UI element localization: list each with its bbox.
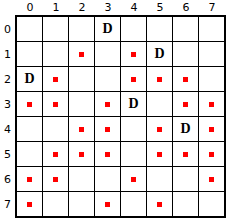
conflict-dot-icon — [105, 102, 110, 107]
conflict-dot-icon — [157, 202, 162, 207]
conflict-dot-icon — [105, 152, 110, 157]
cell-r1c3[interactable] — [95, 42, 120, 66]
row-label-1: 1 — [0, 42, 15, 67]
cell-r5c0[interactable] — [17, 142, 42, 166]
cell-r5c4[interactable] — [121, 142, 146, 166]
cell-r2c3[interactable] — [95, 67, 120, 91]
conflict-dot-icon — [183, 102, 188, 107]
cell-r2c4[interactable] — [121, 67, 146, 91]
cell-r7c0[interactable] — [17, 192, 42, 216]
cell-r1c5[interactable]: D — [147, 42, 172, 66]
cell-r7c3[interactable] — [95, 192, 120, 216]
cell-r3c5[interactable] — [147, 92, 172, 116]
cell-r0c3[interactable]: D — [95, 17, 120, 41]
cell-r3c2[interactable] — [69, 92, 94, 116]
cell-r3c1[interactable] — [43, 92, 68, 116]
cell-r0c4[interactable] — [121, 17, 146, 41]
column-labels: 01234567 — [0, 0, 239, 15]
conflict-dot-icon — [157, 152, 162, 157]
cell-r4c6[interactable]: D — [173, 117, 198, 141]
conflict-dot-icon — [105, 202, 110, 207]
conflict-dot-icon — [79, 152, 84, 157]
row-label-2: 2 — [0, 67, 15, 92]
conflict-dot-icon — [27, 102, 32, 107]
conflict-dot-icon — [105, 127, 110, 132]
corner-spacer — [0, 0, 17, 15]
conflict-dot-icon — [209, 102, 214, 107]
cell-r7c4[interactable] — [121, 192, 146, 216]
conflict-dot-icon — [131, 177, 136, 182]
cell-r5c5[interactable] — [147, 142, 172, 166]
conflict-dot-icon — [53, 177, 58, 182]
cell-r1c7[interactable] — [199, 42, 224, 66]
cell-r3c6[interactable] — [173, 92, 198, 116]
conflict-dot-icon — [27, 177, 32, 182]
conflict-dot-icon — [79, 127, 84, 132]
conflict-dot-icon — [209, 152, 214, 157]
col-label-1: 1 — [43, 0, 69, 15]
cell-r0c7[interactable] — [199, 17, 224, 41]
cell-r5c2[interactable] — [69, 142, 94, 166]
row-label-4: 4 — [0, 117, 15, 142]
cell-r6c7[interactable] — [199, 167, 224, 191]
cell-r3c7[interactable] — [199, 92, 224, 116]
cell-r6c2[interactable] — [69, 167, 94, 191]
cell-r7c2[interactable] — [69, 192, 94, 216]
board-area: 01234567 DDDDD — [0, 15, 239, 218]
conflict-dot-icon — [53, 102, 58, 107]
cell-r6c1[interactable] — [43, 167, 68, 191]
cell-r7c6[interactable] — [173, 192, 198, 216]
col-label-5: 5 — [147, 0, 173, 15]
conflict-dot-icon — [53, 152, 58, 157]
row-label-3: 3 — [0, 92, 15, 117]
cell-r5c1[interactable] — [43, 142, 68, 166]
conflict-dot-icon — [183, 152, 188, 157]
conflict-dot-icon — [131, 52, 136, 57]
row-label-7: 7 — [0, 192, 15, 217]
cell-r6c4[interactable] — [121, 167, 146, 191]
col-label-6: 6 — [173, 0, 199, 15]
cell-r1c1[interactable] — [43, 42, 68, 66]
col-label-3: 3 — [95, 0, 121, 15]
conflict-dot-icon — [131, 77, 136, 82]
cell-r6c6[interactable] — [173, 167, 198, 191]
cell-r2c2[interactable] — [69, 67, 94, 91]
cell-r0c5[interactable] — [147, 17, 172, 41]
row-labels: 01234567 — [0, 15, 15, 218]
row-label-0: 0 — [0, 17, 15, 42]
cell-r0c2[interactable] — [69, 17, 94, 41]
queens-board-grid: DDDDD — [15, 15, 226, 218]
cell-r7c5[interactable] — [147, 192, 172, 216]
row-label-6: 6 — [0, 167, 15, 192]
conflict-dot-icon — [209, 177, 214, 182]
conflict-dot-icon — [209, 127, 214, 132]
cell-r3c3[interactable] — [95, 92, 120, 116]
cell-r4c1[interactable] — [43, 117, 68, 141]
cell-r3c4[interactable]: D — [121, 92, 146, 116]
row-label-5: 5 — [0, 142, 15, 167]
cell-r4c2[interactable] — [69, 117, 94, 141]
col-label-4: 4 — [121, 0, 147, 15]
cell-r4c3[interactable] — [95, 117, 120, 141]
cell-r1c0[interactable] — [17, 42, 42, 66]
cell-r2c0[interactable]: D — [17, 67, 42, 91]
queens-puzzle-page: 01234567 01234567 DDDDD — [0, 0, 239, 224]
cell-r6c3[interactable] — [95, 167, 120, 191]
cell-r0c1[interactable] — [43, 17, 68, 41]
cell-r2c5[interactable] — [147, 67, 172, 91]
cell-r1c2[interactable] — [69, 42, 94, 66]
conflict-dot-icon — [157, 77, 162, 82]
cell-r1c4[interactable] — [121, 42, 146, 66]
queen-piece: D — [180, 122, 190, 136]
cell-r4c0[interactable] — [17, 117, 42, 141]
conflict-dot-icon — [27, 202, 32, 207]
cell-r3c0[interactable] — [17, 92, 42, 116]
conflict-dot-icon — [157, 127, 162, 132]
cell-r5c7[interactable] — [199, 142, 224, 166]
cell-r5c3[interactable] — [95, 142, 120, 166]
cell-r7c7[interactable] — [199, 192, 224, 216]
queen-piece: D — [24, 72, 34, 86]
cell-r1c6[interactable] — [173, 42, 198, 66]
cell-r2c6[interactable] — [173, 67, 198, 91]
cell-r6c0[interactable] — [17, 167, 42, 191]
cell-r4c7[interactable] — [199, 117, 224, 141]
col-label-2: 2 — [69, 0, 95, 15]
cell-r5c6[interactable] — [173, 142, 198, 166]
col-label-7: 7 — [199, 0, 225, 15]
queen-piece: D — [128, 97, 138, 111]
queen-piece: D — [102, 22, 112, 36]
conflict-dot-icon — [79, 52, 84, 57]
conflict-dot-icon — [183, 77, 188, 82]
cell-r6c5[interactable] — [147, 167, 172, 191]
cell-r2c7[interactable] — [199, 67, 224, 91]
cell-r7c1[interactable] — [43, 192, 68, 216]
cell-r0c6[interactable] — [173, 17, 198, 41]
conflict-dot-icon — [53, 77, 58, 82]
col-label-0: 0 — [17, 0, 43, 15]
cell-r4c4[interactable] — [121, 117, 146, 141]
cell-r0c0[interactable] — [17, 17, 42, 41]
cell-r4c5[interactable] — [147, 117, 172, 141]
queen-piece: D — [154, 47, 164, 61]
cell-r2c1[interactable] — [43, 67, 68, 91]
